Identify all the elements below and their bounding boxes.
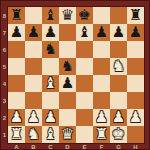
square-e3[interactable] — [76, 92, 93, 109]
square-d8[interactable]: ♛ — [59, 7, 76, 24]
file-label-f: F — [93, 143, 110, 150]
black-king: ♚ — [78, 7, 91, 24]
square-b8[interactable] — [25, 7, 42, 24]
square-h4[interactable] — [127, 75, 144, 92]
square-b3[interactable] — [25, 92, 42, 109]
rank-label-3: 3 — [1, 92, 8, 109]
black-bishop: ♝ — [44, 7, 57, 24]
square-h8[interactable]: ♜ — [127, 7, 144, 24]
square-c8[interactable]: ♝ — [42, 7, 59, 24]
square-e1[interactable] — [76, 126, 93, 143]
square-d6[interactable] — [59, 41, 76, 58]
rank-label-8: 8 — [1, 7, 8, 24]
file-label-d: D — [59, 143, 76, 150]
white-queen: ♛ — [61, 126, 74, 143]
square-d4[interactable]: ♟ — [59, 75, 76, 92]
square-a4[interactable] — [8, 75, 25, 92]
square-e6[interactable] — [76, 41, 93, 58]
square-b7[interactable]: ♟ — [25, 24, 42, 41]
square-h2[interactable]: ♟ — [127, 109, 144, 126]
square-a8[interactable]: ♜ — [8, 7, 25, 24]
square-a1[interactable]: ♜ — [8, 126, 25, 143]
black-pawn: ♟ — [112, 24, 125, 41]
black-pawn: ♟ — [61, 75, 74, 92]
rank-label-1: 1 — [1, 126, 8, 143]
square-g8[interactable] — [110, 7, 127, 24]
square-c5[interactable] — [42, 58, 59, 75]
square-e7[interactable]: ♝ — [76, 24, 93, 41]
square-g4[interactable] — [110, 75, 127, 92]
white-pawn: ♟ — [95, 109, 108, 126]
square-c2[interactable]: ♟ — [42, 109, 59, 126]
square-f2[interactable]: ♟ — [93, 109, 110, 126]
white-knight: ♞ — [27, 126, 40, 143]
square-b4[interactable] — [25, 75, 42, 92]
white-pawn: ♟ — [112, 109, 125, 126]
black-pawn: ♟ — [27, 24, 40, 41]
square-c1[interactable]: ♝ — [42, 126, 59, 143]
square-e2[interactable] — [76, 109, 93, 126]
square-f8[interactable] — [93, 7, 110, 24]
rank-label-5: 5 — [1, 58, 8, 75]
square-d2[interactable] — [59, 109, 76, 126]
white-rook: ♜ — [10, 126, 23, 143]
square-h7[interactable]: ♟ — [127, 24, 144, 41]
white-king: ♚ — [112, 126, 125, 143]
square-c3[interactable] — [42, 92, 59, 109]
square-h1[interactable] — [127, 126, 144, 143]
black-pawn: ♟ — [10, 24, 23, 41]
black-bishop: ♝ — [78, 24, 91, 41]
square-b5[interactable] — [25, 58, 42, 75]
square-f6[interactable] — [93, 41, 110, 58]
black-pawn: ♟ — [129, 24, 142, 41]
square-g5[interactable]: ♞ — [110, 58, 127, 75]
square-b1[interactable]: ♞ — [25, 126, 42, 143]
chess-board: ♜♝♛♚♜♟♟♟♝♟♟♟♞♞♞♝♟♟♟♟♟♟♟♜♞♝♛♜♚ — [7, 6, 145, 144]
rank-label-6: 6 — [1, 41, 8, 58]
square-c6[interactable]: ♞ — [42, 41, 59, 58]
square-g6[interactable] — [110, 41, 127, 58]
square-f5[interactable] — [93, 58, 110, 75]
square-e4[interactable] — [76, 75, 93, 92]
white-bishop: ♝ — [44, 126, 57, 143]
square-g3[interactable] — [110, 92, 127, 109]
square-b2[interactable]: ♟ — [25, 109, 42, 126]
square-h3[interactable] — [127, 92, 144, 109]
white-pawn: ♟ — [129, 109, 142, 126]
square-d7[interactable] — [59, 24, 76, 41]
square-e8[interactable]: ♚ — [76, 7, 93, 24]
square-f4[interactable] — [93, 75, 110, 92]
square-d3[interactable] — [59, 92, 76, 109]
square-f1[interactable]: ♜ — [93, 126, 110, 143]
square-a7[interactable]: ♟ — [8, 24, 25, 41]
square-c7[interactable]: ♟ — [42, 24, 59, 41]
square-h5[interactable] — [127, 58, 144, 75]
square-b6[interactable] — [25, 41, 42, 58]
square-d1[interactable]: ♛ — [59, 126, 76, 143]
square-g1[interactable]: ♚ — [110, 126, 127, 143]
square-f3[interactable] — [93, 92, 110, 109]
square-g2[interactable]: ♟ — [110, 109, 127, 126]
rank-label-7: 7 — [1, 24, 8, 41]
black-pawn: ♟ — [44, 24, 57, 41]
white-rook: ♜ — [95, 126, 108, 143]
black-knight: ♞ — [44, 41, 57, 58]
file-label-e: E — [76, 143, 93, 150]
white-pawn: ♟ — [27, 109, 40, 126]
white-knight: ♞ — [112, 58, 125, 75]
black-rook: ♜ — [10, 7, 23, 24]
square-d5[interactable]: ♞ — [59, 58, 76, 75]
square-h6[interactable] — [127, 41, 144, 58]
square-g7[interactable]: ♟ — [110, 24, 127, 41]
white-pawn: ♟ — [10, 109, 23, 126]
file-label-h: H — [127, 143, 144, 150]
black-rook: ♜ — [129, 7, 142, 24]
rank-label-4: 4 — [1, 75, 8, 92]
rank-label-2: 2 — [1, 109, 8, 126]
file-label-c: C — [42, 143, 59, 150]
chess-diagram-frame: ♜♝♛♚♜♟♟♟♝♟♟♟♞♞♞♝♟♟♟♟♟♟♟♜♞♝♛♜♚ 87654321AB… — [0, 0, 150, 150]
file-label-a: A — [8, 143, 25, 150]
black-pawn: ♟ — [95, 24, 108, 41]
black-queen: ♛ — [61, 7, 74, 24]
white-bishop: ♝ — [44, 75, 57, 92]
square-c4[interactable]: ♝ — [42, 75, 59, 92]
white-pawn: ♟ — [44, 109, 57, 126]
square-a5[interactable] — [8, 58, 25, 75]
square-a2[interactable]: ♟ — [8, 109, 25, 126]
black-knight: ♞ — [61, 58, 74, 75]
file-label-g: G — [110, 143, 127, 150]
square-a3[interactable] — [8, 92, 25, 109]
square-f7[interactable]: ♟ — [93, 24, 110, 41]
square-e5[interactable] — [76, 58, 93, 75]
square-a6[interactable] — [8, 41, 25, 58]
file-label-b: B — [25, 143, 42, 150]
